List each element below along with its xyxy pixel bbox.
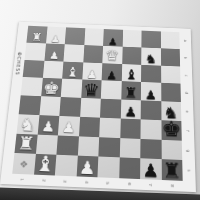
white-pawn[interactable]: ♟: [78, 159, 96, 178]
black-rook[interactable]: ♜: [124, 86, 138, 100]
black-king[interactable]: ♚: [161, 119, 181, 140]
file-label-g: g: [181, 146, 196, 155]
square-b8[interactable]: [161, 48, 181, 66]
square-b6[interactable]: [122, 46, 142, 64]
square-c1[interactable]: [23, 60, 44, 78]
square-c4[interactable]: ♟: [82, 62, 102, 80]
rank-label-5: 5: [104, 176, 112, 190]
black-rook[interactable]: ♜: [162, 160, 181, 181]
black-pawn[interactable]: ♟: [106, 70, 117, 81]
square-c7[interactable]: [141, 64, 161, 83]
square-a1[interactable]: ♜: [26, 26, 47, 43]
square-d1[interactable]: [21, 77, 43, 96]
square-b1[interactable]: [25, 42, 46, 60]
black-queen[interactable]: ♛: [82, 81, 100, 99]
square-d7[interactable]: ♟: [141, 82, 161, 101]
compass-star-logo-icon: ❖: [12, 153, 35, 174]
square-h2[interactable]: ♝: [34, 154, 57, 175]
square-e1[interactable]: [19, 95, 41, 115]
square-b3[interactable]: [63, 44, 83, 62]
file-label-a: a: [179, 37, 192, 44]
square-g5[interactable]: [98, 137, 119, 158]
square-a3[interactable]: [65, 27, 85, 44]
black-pawn[interactable]: ♟: [145, 88, 157, 101]
board-grid: ♜♟♟♟♛♞♝♟♟♝♚♛♜♟♟♞♞♟♟♚♜❖♝♟♟♜: [12, 26, 182, 181]
white-pawn[interactable]: ♟: [50, 34, 60, 44]
black-knight[interactable]: ♞: [145, 53, 157, 65]
square-g1[interactable]: ♜: [14, 133, 37, 154]
white-pawn[interactable]: ♟: [49, 51, 60, 61]
square-g4[interactable]: [77, 136, 99, 157]
file-label-h: h: [181, 166, 196, 175]
black-pawn[interactable]: ♟: [142, 161, 159, 180]
square-d6[interactable]: ♜: [121, 81, 141, 100]
square-c3[interactable]: ♝: [62, 61, 83, 79]
file-label-e: e: [180, 108, 194, 116]
square-f6[interactable]: [120, 118, 141, 138]
square-b5[interactable]: ♛: [102, 46, 122, 64]
square-a5[interactable]: ♟: [103, 29, 123, 46]
square-a2[interactable]: ♟: [46, 27, 66, 44]
square-h8[interactable]: ♜: [161, 159, 182, 181]
brand-label: CHESS: [15, 56, 23, 75]
white-bishop[interactable]: ♝: [34, 153, 56, 175]
square-d8[interactable]: [161, 83, 181, 102]
rank-label-3: 3: [61, 174, 69, 188]
square-c2[interactable]: [42, 60, 63, 78]
square-h1[interactable]: ❖: [12, 153, 35, 174]
white-pawn[interactable]: ♟: [61, 121, 76, 136]
square-e7[interactable]: [141, 100, 161, 120]
rank-label-1: 1: [18, 172, 27, 186]
square-d3[interactable]: [61, 79, 82, 98]
square-f3[interactable]: ♟: [58, 116, 80, 136]
square-d2[interactable]: ♚: [41, 78, 62, 97]
square-f1[interactable]: ♞: [17, 114, 39, 134]
white-pawn[interactable]: ♟: [41, 120, 56, 135]
chessboard-photo: ⊕CHESS abcdefgh 12345678 ♜♟♟♟♛♞♝♟♟♝♚♛♜♟♟…: [0, 0, 200, 200]
square-a4[interactable]: [84, 28, 104, 45]
black-bishop[interactable]: ♝: [125, 68, 138, 82]
square-g6[interactable]: [119, 138, 140, 159]
square-a6[interactable]: [122, 30, 141, 47]
square-b2[interactable]: ♟: [44, 43, 65, 61]
square-e6[interactable]: ♟: [120, 100, 141, 120]
square-e5[interactable]: [100, 99, 121, 119]
square-h3[interactable]: [55, 155, 78, 176]
square-b7[interactable]: ♞: [141, 47, 160, 65]
square-f2[interactable]: ♟: [37, 115, 59, 135]
black-pawn[interactable]: ♟: [124, 105, 137, 119]
file-label-c: c: [179, 71, 193, 79]
square-h4[interactable]: ♟: [76, 156, 98, 177]
square-f4[interactable]: [79, 117, 100, 137]
file-label-b: b: [179, 54, 192, 62]
file-label-d: d: [180, 89, 194, 97]
square-c6[interactable]: ♝: [121, 64, 141, 83]
square-h7[interactable]: ♟: [140, 158, 161, 180]
square-e2[interactable]: [39, 96, 61, 116]
square-f7[interactable]: [140, 119, 161, 139]
square-a7[interactable]: [141, 31, 160, 48]
white-knight[interactable]: ♞: [19, 116, 37, 134]
square-g7[interactable]: [140, 138, 161, 159]
square-e3[interactable]: [59, 97, 80, 117]
square-c5[interactable]: ♟: [102, 63, 122, 81]
square-e4[interactable]: [80, 98, 101, 118]
rank-label-6: 6: [125, 177, 133, 191]
square-g3[interactable]: [56, 135, 78, 156]
square-b4[interactable]: [83, 45, 103, 63]
black-pawn[interactable]: ♟: [108, 37, 118, 47]
file-label-f: f: [181, 126, 195, 134]
white-rook[interactable]: ♜: [31, 32, 43, 43]
square-h5[interactable]: [97, 157, 119, 178]
chess-board: ⊕CHESS abcdefgh 12345678 ♜♟♟♟♛♞♝♟♟♝♚♛♜♟♟…: [0, 22, 196, 192]
square-c8[interactable]: [161, 65, 181, 84]
square-d5[interactable]: [101, 80, 122, 99]
square-f8[interactable]: ♚: [161, 120, 182, 140]
white-queen[interactable]: ♛: [105, 49, 120, 64]
white-rook[interactable]: ♜: [16, 135, 35, 154]
square-d4[interactable]: ♛: [81, 80, 102, 99]
square-a8[interactable]: [160, 31, 179, 49]
white-bishop[interactable]: ♝: [65, 66, 79, 80]
white-king[interactable]: ♚: [42, 79, 60, 97]
square-h6[interactable]: [119, 158, 141, 179]
square-f5[interactable]: [99, 117, 120, 137]
